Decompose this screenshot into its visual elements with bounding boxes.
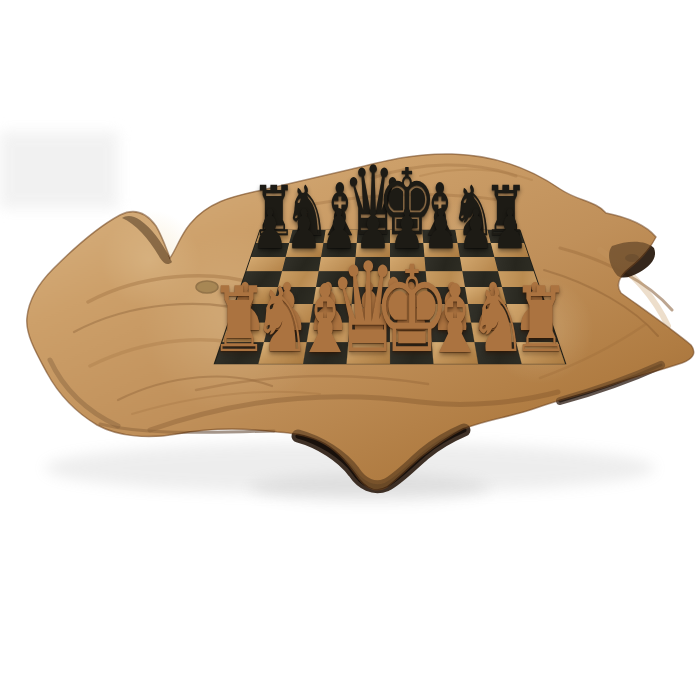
black-pawn-b7[interactable]: ♟ [287,202,322,257]
black-pawn-h7[interactable]: ♟ [492,202,527,257]
white-rook-h1[interactable]: ♜ [512,276,570,366]
backdrop-band [0,132,118,208]
black-pawn-g7[interactable]: ♟ [458,202,493,257]
black-pawn-a7[interactable]: ♟ [252,202,287,257]
product-photo: { "game": "chess", "scene": { "type": "p… [0,0,700,700]
